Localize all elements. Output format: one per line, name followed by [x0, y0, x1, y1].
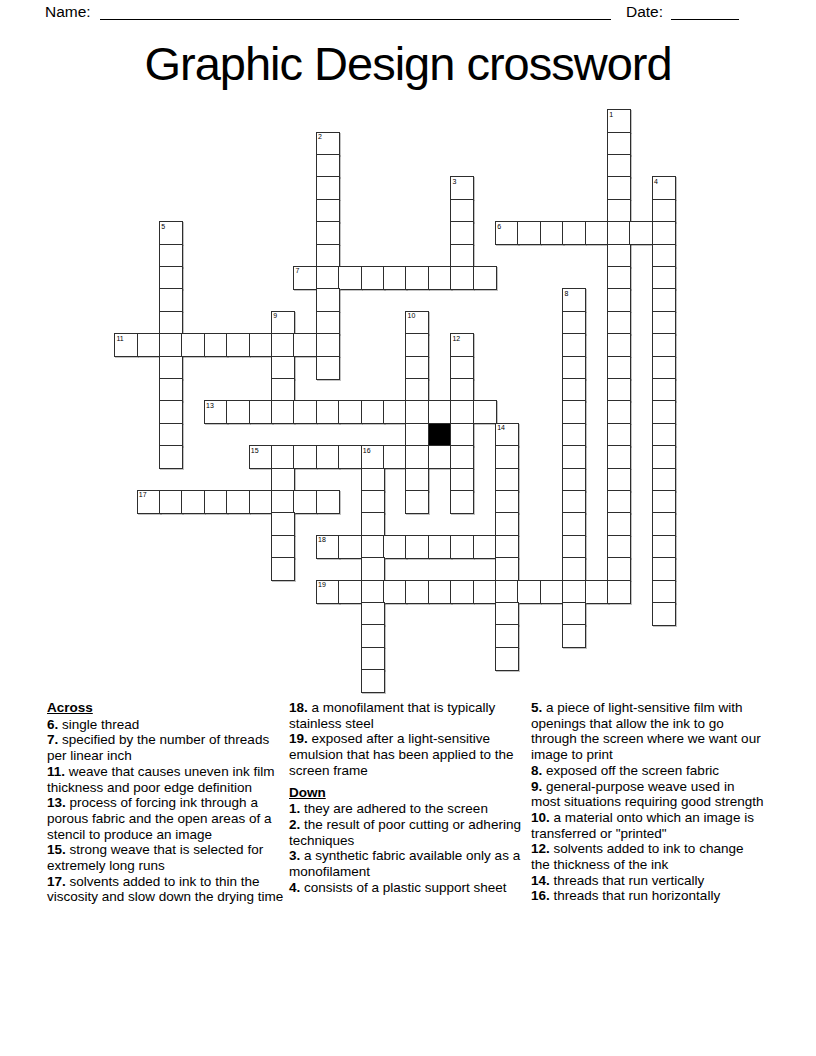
grid-cell[interactable]	[428, 400, 452, 424]
grid-cell[interactable]	[450, 378, 474, 402]
grid-clue-number: 6	[497, 223, 501, 231]
clue-item: 8. exposed off the screen fabric	[531, 763, 765, 779]
grid-cell[interactable]	[450, 468, 474, 492]
grid-cell[interactable]	[562, 490, 586, 514]
grid-cell[interactable]	[607, 423, 631, 447]
grid-cell[interactable]	[517, 221, 541, 245]
grid-cell[interactable]	[316, 356, 340, 380]
grid-cell[interactable]	[495, 557, 519, 581]
grid-cell[interactable]	[450, 356, 474, 380]
grid-cell[interactable]	[159, 445, 183, 469]
grid-cell[interactable]	[450, 244, 474, 268]
clues-column-across: Across6. single thread7. specified by th…	[47, 700, 287, 905]
grid-cell[interactable]	[271, 445, 295, 469]
clue-number: 16.	[531, 888, 550, 903]
grid-cell[interactable]	[316, 221, 340, 245]
grid-cell[interactable]	[383, 535, 407, 559]
clue-item: 15. strong weave that is selected for ex…	[47, 842, 287, 873]
grid-cell[interactable]	[473, 535, 497, 559]
grid-cell[interactable]	[562, 512, 586, 536]
grid-cell[interactable]	[450, 266, 474, 290]
clue-item: 7. specified by the number of threads pe…	[47, 732, 287, 763]
grid-cell[interactable]	[361, 669, 385, 693]
clue-number: 12.	[531, 841, 550, 856]
grid-cell[interactable]	[316, 266, 340, 290]
grid-cell[interactable]	[450, 221, 474, 245]
grid-cell[interactable]	[338, 445, 362, 469]
clue-item: 5. a piece of light-sensitive film with …	[531, 700, 765, 763]
grid-cell[interactable]	[652, 557, 676, 581]
grid-cell[interactable]	[450, 580, 474, 604]
grid-cell[interactable]	[361, 490, 385, 514]
grid-cell[interactable]	[316, 288, 340, 312]
grid-cell[interactable]	[495, 445, 519, 469]
grid-cell[interactable]	[450, 199, 474, 223]
grid-cell[interactable]	[607, 445, 631, 469]
grid-cell[interactable]	[652, 288, 676, 312]
grid-cell[interactable]	[159, 266, 183, 290]
clue-number: 7.	[47, 732, 58, 747]
grid-cell[interactable]	[338, 535, 362, 559]
grid-clue-number: 10	[408, 312, 416, 320]
grid-cell[interactable]	[271, 512, 295, 536]
grid-clue-number: 15	[251, 447, 259, 455]
grid-cell[interactable]	[405, 356, 429, 380]
grid-cell[interactable]	[137, 333, 161, 357]
grid-cell[interactable]	[473, 400, 497, 424]
grid-cell[interactable]	[293, 400, 317, 424]
clues-heading-across: Across	[47, 700, 287, 716]
grid-cell[interactable]	[562, 333, 586, 357]
clue-item: 1. they are adhered to the screen	[289, 801, 527, 817]
grid-cell[interactable]	[495, 535, 519, 559]
grid-cell[interactable]	[271, 400, 295, 424]
blocked-cell	[428, 423, 452, 447]
grid-cell[interactable]	[316, 154, 340, 178]
clue-number: 4.	[289, 880, 300, 895]
grid-cell[interactable]	[159, 490, 183, 514]
name-label: Name:	[45, 3, 91, 21]
grid-cell[interactable]	[316, 244, 340, 268]
grid-cell[interactable]	[652, 400, 676, 424]
grid-cell[interactable]	[383, 445, 407, 469]
grid-cell[interactable]	[361, 557, 385, 581]
grid-cell[interactable]	[562, 400, 586, 424]
grid-cell[interactable]	[607, 535, 631, 559]
grid-cell[interactable]	[607, 221, 631, 245]
grid-cell[interactable]	[562, 580, 586, 604]
grid-cell[interactable]	[652, 244, 676, 268]
clue-item: 3. a synthetic fabric available only as …	[289, 848, 527, 879]
grid-cell[interactable]	[607, 512, 631, 536]
grid-clue-number: 4	[654, 178, 658, 186]
grid-cell[interactable]	[607, 132, 631, 156]
clue-number: 8.	[531, 763, 542, 778]
grid-cell[interactable]	[271, 378, 295, 402]
grid-cell[interactable]	[361, 468, 385, 492]
clue-number: 5.	[531, 700, 542, 715]
grid-clue-number: 14	[497, 424, 505, 432]
clue-number: 15.	[47, 842, 66, 857]
grid-cell[interactable]	[159, 378, 183, 402]
grid-cell[interactable]	[607, 580, 631, 604]
grid-cell[interactable]	[316, 176, 340, 200]
grid-cell[interactable]	[338, 266, 362, 290]
grid-clue-number: 1	[609, 111, 613, 119]
grid-cell[interactable]	[562, 602, 586, 626]
grid-cell[interactable]	[316, 333, 340, 357]
grid-cell[interactable]	[316, 199, 340, 223]
grid-cell[interactable]	[540, 580, 564, 604]
clue-number: 14.	[531, 873, 550, 888]
crossword-grid: 67111315171819123458910121416	[115, 110, 677, 694]
grid-cell[interactable]	[159, 423, 183, 447]
grid-cell[interactable]	[607, 244, 631, 268]
grid-cell[interactable]	[607, 356, 631, 380]
grid-cell[interactable]	[316, 445, 340, 469]
grid-cell[interactable]	[517, 580, 541, 604]
grid-cell[interactable]	[585, 221, 609, 245]
grid-clue-number: 17	[139, 491, 147, 499]
grid-cell[interactable]	[293, 333, 317, 357]
clue-number: 6.	[47, 717, 58, 732]
grid-cell[interactable]	[495, 490, 519, 514]
clue-item: 17. solvents added to ink to thin the vi…	[47, 874, 287, 905]
grid-cell[interactable]	[383, 400, 407, 424]
grid-cell[interactable]	[361, 535, 385, 559]
clues-heading-down: Down	[289, 785, 527, 801]
grid-cell[interactable]	[652, 333, 676, 357]
grid-cell[interactable]	[495, 647, 519, 671]
grid-cell[interactable]	[473, 266, 497, 290]
grid-cell[interactable]	[450, 490, 474, 514]
grid-cell[interactable]	[652, 512, 676, 536]
grid-cell[interactable]	[607, 199, 631, 223]
clue-item: 4. consists of a plastic support sheet	[289, 880, 527, 896]
grid-cell[interactable]	[405, 378, 429, 402]
date-label: Date:	[626, 3, 663, 21]
grid-clue-number: 16	[363, 447, 371, 455]
grid-cell[interactable]	[607, 176, 631, 200]
clues-column-down: 5. a piece of light-sensitive film with …	[531, 700, 765, 904]
grid-cell[interactable]	[562, 468, 586, 492]
grid-cell[interactable]	[204, 333, 228, 357]
clue-number: 19.	[289, 731, 308, 746]
grid-cell[interactable]	[450, 400, 474, 424]
grid-cell[interactable]	[405, 400, 429, 424]
grid-cell[interactable]	[405, 535, 429, 559]
grid-cell[interactable]	[405, 333, 429, 357]
grid-clue-number: 5	[161, 223, 165, 231]
clue-item: 6. single thread	[47, 717, 287, 733]
grid-cell[interactable]	[652, 490, 676, 514]
grid-cell[interactable]	[652, 221, 676, 245]
clue-number: 10.	[531, 810, 550, 825]
clues-column-middle: 18. a monofilament that is typically sta…	[289, 700, 527, 895]
grid-cell[interactable]	[361, 512, 385, 536]
grid-cell[interactable]	[652, 445, 676, 469]
grid-cell[interactable]	[629, 221, 653, 245]
grid-cell[interactable]	[361, 266, 385, 290]
grid-cell[interactable]	[495, 624, 519, 648]
clue-item: 2. the result of poor cutting or adherin…	[289, 817, 527, 848]
grid-cell[interactable]	[271, 557, 295, 581]
grid-cell[interactable]	[473, 580, 497, 604]
grid-clue-number: 7	[296, 267, 300, 275]
grid-cell[interactable]	[316, 311, 340, 335]
clue-number: 18.	[289, 700, 308, 715]
grid-cell[interactable]	[652, 468, 676, 492]
clue-number: 11.	[47, 764, 65, 779]
grid-clue-number: 8	[564, 290, 568, 298]
grid-cell[interactable]	[652, 356, 676, 380]
clue-number: 2.	[289, 817, 300, 832]
clue-item: 12. solvents added to ink to change the …	[531, 841, 765, 872]
clue-item: 11. weave that causes uneven ink film th…	[47, 764, 287, 795]
grid-cell[interactable]	[562, 356, 586, 380]
clue-number: 3.	[289, 848, 300, 863]
grid-cell[interactable]	[607, 557, 631, 581]
grid-cell[interactable]	[159, 333, 183, 357]
grid-cell[interactable]	[226, 400, 250, 424]
grid-cell[interactable]	[450, 535, 474, 559]
grid-cell[interactable]	[405, 490, 429, 514]
grid-cell[interactable]	[159, 356, 183, 380]
grid-cell[interactable]	[249, 400, 273, 424]
clue-item: 9. general-purpose weave used in most si…	[531, 779, 765, 810]
grid-cell[interactable]	[428, 580, 452, 604]
grid-cell[interactable]	[271, 535, 295, 559]
grid-cell[interactable]	[607, 333, 631, 357]
grid-cell[interactable]	[159, 244, 183, 268]
grid-cell[interactable]	[249, 490, 273, 514]
grid-cell[interactable]	[652, 580, 676, 604]
grid-cell[interactable]	[607, 400, 631, 424]
grid-cell[interactable]	[159, 400, 183, 424]
grid-cell[interactable]	[562, 445, 586, 469]
clue-item: 19. exposed after a light-sensitive emul…	[289, 731, 527, 778]
grid-cell[interactable]	[652, 311, 676, 335]
grid-cell[interactable]	[562, 311, 586, 335]
grid-cell[interactable]	[271, 490, 295, 514]
grid-cell[interactable]	[495, 580, 519, 604]
clue-number: 13.	[47, 795, 66, 810]
grid-cell[interactable]	[607, 490, 631, 514]
grid-cell[interactable]	[652, 199, 676, 223]
clue-item: 16. threads that run horizontally	[531, 888, 765, 904]
grid-cell[interactable]	[607, 154, 631, 178]
grid-cell[interactable]	[562, 423, 586, 447]
grid-clue-number: 18	[318, 536, 326, 544]
clue-item: 13. process of forcing ink through a por…	[47, 795, 287, 842]
grid-cell[interactable]	[652, 266, 676, 290]
grid-cell[interactable]	[159, 288, 183, 312]
clue-number: 9.	[531, 779, 542, 794]
grid-cell[interactable]	[383, 580, 407, 604]
grid-cell[interactable]	[607, 378, 631, 402]
grid-cell[interactable]	[293, 490, 317, 514]
grid-clue-number: 13	[206, 402, 214, 410]
grid-cell[interactable]	[607, 288, 631, 312]
grid-cell[interactable]	[361, 624, 385, 648]
grid-cell[interactable]	[495, 468, 519, 492]
grid-cell[interactable]	[562, 557, 586, 581]
grid-cell[interactable]	[585, 580, 609, 604]
grid-cell[interactable]	[316, 400, 340, 424]
grid-cell[interactable]	[338, 400, 362, 424]
grid-clue-number: 11	[116, 335, 123, 343]
grid-clue-number: 12	[452, 335, 460, 343]
grid-cell[interactable]	[271, 356, 295, 380]
grid-cell[interactable]	[181, 333, 205, 357]
grid-cell[interactable]	[562, 221, 586, 245]
clue-item: 10. a material onto which an image is tr…	[531, 810, 765, 841]
grid-cell[interactable]	[338, 580, 362, 604]
grid-clue-number: 3	[452, 178, 456, 186]
grid-cell[interactable]	[428, 266, 452, 290]
grid-cell[interactable]	[562, 378, 586, 402]
grid-cell[interactable]	[159, 311, 183, 335]
grid-cell[interactable]	[271, 333, 295, 357]
grid-cell[interactable]	[652, 602, 676, 626]
grid-cell[interactable]	[562, 535, 586, 559]
grid-cell[interactable]	[495, 602, 519, 626]
grid-cell[interactable]	[383, 266, 407, 290]
grid-cell[interactable]	[652, 535, 676, 559]
grid-clue-number: 19	[318, 581, 326, 589]
grid-cell[interactable]	[495, 512, 519, 536]
grid-cell[interactable]	[361, 602, 385, 626]
crossword-worksheet-page: { "page": { "title": "Graphic Design cro…	[0, 0, 816, 1056]
grid-cell[interactable]	[226, 333, 250, 357]
date-input-line[interactable]	[671, 2, 739, 20]
grid-cell[interactable]	[428, 535, 452, 559]
grid-cell[interactable]	[405, 445, 429, 469]
name-input-line[interactable]	[100, 2, 611, 20]
grid-clue-number: 2	[318, 133, 322, 141]
grid-cell[interactable]	[293, 445, 317, 469]
grid-cell[interactable]	[607, 311, 631, 335]
grid-cell[interactable]	[405, 423, 429, 447]
grid-cell[interactable]	[316, 490, 340, 514]
grid-cell[interactable]	[361, 400, 385, 424]
grid-clue-number: 9	[273, 312, 277, 320]
grid-cell[interactable]	[204, 490, 228, 514]
clue-number: 17.	[47, 874, 66, 889]
clue-number: 1.	[289, 801, 300, 816]
page-title: Graphic Design crossword	[0, 38, 816, 90]
grid-cell[interactable]	[562, 624, 586, 648]
grid-cell[interactable]	[226, 490, 250, 514]
grid-cell[interactable]	[405, 266, 429, 290]
clue-item: 14. threads that run vertically	[531, 873, 765, 889]
grid-cell[interactable]	[450, 423, 474, 447]
grid-cell[interactable]	[181, 490, 205, 514]
grid-cell[interactable]	[405, 468, 429, 492]
grid-cell[interactable]	[428, 445, 452, 469]
grid-cell[interactable]	[361, 580, 385, 604]
clue-item: 18. a monofilament that is typically sta…	[289, 700, 527, 731]
grid-cell[interactable]	[652, 423, 676, 447]
grid-cell[interactable]	[652, 378, 676, 402]
grid-cell[interactable]	[405, 580, 429, 604]
grid-cell[interactable]	[607, 468, 631, 492]
grid-cell[interactable]	[540, 221, 564, 245]
grid-cell[interactable]	[271, 468, 295, 492]
grid-cell[interactable]	[249, 333, 273, 357]
grid-cell[interactable]	[607, 266, 631, 290]
grid-cell[interactable]	[450, 445, 474, 469]
grid-cell[interactable]	[361, 647, 385, 671]
